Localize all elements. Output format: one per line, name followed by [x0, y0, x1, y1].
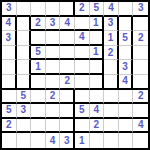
- cell-r3c6[interactable]: 4: [75, 31, 90, 46]
- given-digit: 3: [6, 33, 12, 43]
- given-digit: 2: [64, 76, 70, 86]
- cell-r2c7[interactable]: 1: [90, 17, 105, 32]
- cell-r2c8[interactable]: 3: [104, 17, 119, 32]
- cell-r8c1[interactable]: 5: [2, 104, 17, 119]
- given-digit: 2: [35, 18, 41, 28]
- cell-r9c2[interactable]: [17, 119, 32, 134]
- cell-r3c8[interactable]: 1: [104, 31, 119, 46]
- cell-r5c9[interactable]: 3: [119, 60, 134, 75]
- cell-r8c5[interactable]: [60, 104, 75, 119]
- cell-r10c9[interactable]: [119, 133, 134, 148]
- cell-r10c2[interactable]: [17, 133, 32, 148]
- cell-r6c3[interactable]: [31, 75, 46, 90]
- cell-r8c7[interactable]: 4: [90, 104, 105, 119]
- cell-r5c10[interactable]: [133, 60, 148, 75]
- cell-r2c10[interactable]: [133, 17, 148, 32]
- cell-r4c10[interactable]: [133, 46, 148, 61]
- cell-r10c4[interactable]: 4: [46, 133, 61, 148]
- cell-r2c5[interactable]: 4: [60, 17, 75, 32]
- cell-r10c3[interactable]: [31, 133, 46, 148]
- cell-r7c9[interactable]: [119, 90, 134, 105]
- cell-r6c10[interactable]: [133, 75, 148, 90]
- cell-r1c8[interactable]: 4: [104, 2, 119, 17]
- cell-r3c4[interactable]: [46, 31, 61, 46]
- given-digit: 2: [138, 33, 144, 43]
- cell-r4c8[interactable]: 2: [104, 46, 119, 61]
- given-digit: 1: [35, 62, 41, 72]
- cell-r6c1[interactable]: [2, 75, 17, 90]
- cell-r5c2[interactable]: [17, 60, 32, 75]
- given-digit: 3: [50, 18, 56, 28]
- given-digit: 4: [94, 105, 100, 115]
- given-digit: 5: [6, 105, 12, 115]
- cell-r5c5[interactable]: [60, 60, 75, 75]
- cell-r5c1[interactable]: [2, 60, 17, 75]
- tatami-puzzle: 325434234133415251213245225354224431: [0, 0, 150, 150]
- cell-r4c6[interactable]: [75, 46, 90, 61]
- given-digit: 5: [21, 91, 27, 101]
- cell-r3c9[interactable]: 5: [119, 31, 134, 46]
- cell-r10c6[interactable]: 1: [75, 133, 90, 148]
- cell-r2c6[interactable]: [75, 17, 90, 32]
- cell-r5c8[interactable]: [104, 60, 119, 75]
- cell-r9c9[interactable]: [119, 119, 134, 134]
- cell-r7c1[interactable]: [2, 90, 17, 105]
- cell-r7c6[interactable]: [75, 90, 90, 105]
- cell-r8c4[interactable]: [46, 104, 61, 119]
- given-digit: 5: [35, 47, 41, 57]
- given-digit: 4: [122, 76, 128, 86]
- cell-r4c3[interactable]: 5: [31, 46, 46, 61]
- given-digit: 2: [6, 120, 12, 130]
- given-digit: 5: [94, 3, 100, 13]
- cell-r9c10[interactable]: 4: [133, 119, 148, 134]
- cell-r3c10[interactable]: 2: [133, 31, 148, 46]
- cell-r8c10[interactable]: [133, 104, 148, 119]
- cell-r6c7[interactable]: [90, 75, 105, 90]
- given-digit: 4: [79, 32, 85, 42]
- given-digit: 2: [50, 91, 56, 101]
- given-digit: 4: [50, 136, 56, 146]
- cell-r6c6[interactable]: [75, 75, 90, 90]
- cell-r8c3[interactable]: [31, 104, 46, 119]
- cell-r6c2[interactable]: [17, 75, 32, 90]
- cell-r4c5[interactable]: [60, 46, 75, 61]
- cell-r8c6[interactable]: 5: [75, 104, 90, 119]
- given-digit: 4: [64, 18, 70, 28]
- given-digit: 2: [94, 120, 100, 130]
- cell-r7c2[interactable]: 5: [17, 90, 32, 105]
- cell-r6c5[interactable]: 2: [60, 75, 75, 90]
- cell-r2c3[interactable]: 2: [31, 17, 46, 32]
- cell-r3c7[interactable]: [90, 31, 105, 46]
- given-digit: 2: [138, 91, 144, 101]
- cell-r6c4[interactable]: [46, 75, 61, 90]
- cell-r7c7[interactable]: [90, 90, 105, 105]
- cell-r9c6[interactable]: [75, 119, 90, 134]
- cell-r7c8[interactable]: [104, 90, 119, 105]
- cell-r3c3[interactable]: [31, 31, 46, 46]
- cell-r2c2[interactable]: [17, 17, 32, 32]
- given-digit: 1: [93, 18, 99, 28]
- cell-r1c6[interactable]: 2: [75, 2, 90, 17]
- cell-r3c5[interactable]: [60, 31, 75, 46]
- given-digit: 4: [108, 3, 114, 13]
- cell-r5c4[interactable]: [46, 60, 61, 75]
- cell-r8c2[interactable]: 3: [17, 104, 32, 119]
- cell-r4c7[interactable]: 1: [90, 46, 105, 61]
- cell-r1c9[interactable]: [119, 2, 134, 17]
- cell-r1c2[interactable]: [17, 2, 32, 17]
- cell-r10c5[interactable]: 3: [60, 133, 75, 148]
- cell-r8c9[interactable]: [119, 104, 134, 119]
- given-digit: 3: [108, 18, 114, 28]
- cell-r4c9[interactable]: [119, 46, 134, 61]
- tatami-board: 325434234133415251213245225354224431: [0, 0, 150, 150]
- cell-r9c3[interactable]: [31, 119, 46, 134]
- cell-r10c10[interactable]: [133, 133, 148, 148]
- given-digit: 4: [6, 18, 12, 28]
- cell-r1c4[interactable]: [46, 2, 61, 17]
- cell-r1c5[interactable]: [60, 2, 75, 17]
- cell-r4c2[interactable]: [17, 46, 32, 61]
- cell-r10c8[interactable]: [104, 133, 119, 148]
- cell-r5c3[interactable]: 1: [31, 60, 46, 75]
- given-digit: 1: [93, 47, 99, 57]
- cell-r5c7[interactable]: [90, 60, 105, 75]
- given-digit: 3: [64, 136, 70, 146]
- given-digit: 1: [108, 33, 114, 43]
- cell-r1c7[interactable]: 5: [90, 2, 105, 17]
- cell-r4c4[interactable]: [46, 46, 61, 61]
- given-digit: 3: [138, 3, 144, 13]
- given-digit: 4: [138, 120, 144, 130]
- cell-r2c1[interactable]: 4: [2, 17, 17, 32]
- cell-r9c8[interactable]: [104, 119, 119, 134]
- given-digit: 3: [21, 105, 27, 115]
- cell-r7c4[interactable]: 2: [46, 90, 61, 105]
- cell-r1c10[interactable]: 3: [133, 2, 148, 17]
- given-digit: 5: [79, 105, 85, 115]
- cell-r7c5[interactable]: [60, 90, 75, 105]
- cell-r9c4[interactable]: [46, 119, 61, 134]
- cell-r9c5[interactable]: [60, 119, 75, 134]
- cell-r6c8[interactable]: [104, 75, 119, 90]
- cell-r10c7[interactable]: [90, 133, 105, 148]
- cell-r1c1[interactable]: 3: [2, 2, 17, 17]
- given-digit: 5: [122, 33, 128, 43]
- cell-r5c6[interactable]: [75, 60, 90, 75]
- given-digit: 3: [122, 62, 128, 72]
- cell-r4c1[interactable]: [2, 46, 17, 61]
- cell-r3c2[interactable]: [17, 31, 32, 46]
- cell-r2c9[interactable]: [119, 17, 134, 32]
- given-digit: 2: [108, 48, 114, 58]
- cell-r9c7[interactable]: 2: [90, 119, 105, 134]
- given-digit: 3: [6, 3, 12, 13]
- cell-r7c10[interactable]: 2: [133, 90, 148, 105]
- cell-r6c9[interactable]: 4: [119, 75, 134, 90]
- cell-r7c3[interactable]: [31, 90, 46, 105]
- given-digit: 2: [79, 3, 85, 13]
- cell-r10c1[interactable]: [2, 133, 17, 148]
- given-digit: 1: [79, 136, 85, 146]
- cell-r9c1[interactable]: 2: [2, 119, 17, 134]
- cell-r2c4[interactable]: 3: [46, 17, 61, 32]
- cell-r3c1[interactable]: 3: [2, 31, 17, 46]
- cell-r8c8[interactable]: [104, 104, 119, 119]
- cell-r1c3[interactable]: [31, 2, 46, 17]
